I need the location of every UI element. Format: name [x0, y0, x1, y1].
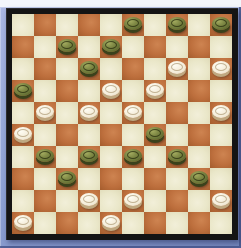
board-square[interactable] — [100, 168, 122, 190]
checker-dark-man[interactable] — [168, 149, 186, 162]
board-square — [56, 146, 78, 168]
board-square — [78, 36, 100, 58]
board-square[interactable] — [100, 212, 122, 234]
board-square[interactable] — [12, 80, 34, 102]
board-square — [78, 80, 100, 102]
board-square — [166, 36, 188, 58]
board-square[interactable] — [166, 14, 188, 36]
checker-light-man[interactable] — [212, 61, 230, 74]
checker-dark-man[interactable] — [58, 171, 76, 184]
checker-light-man[interactable] — [102, 215, 120, 228]
board-square[interactable] — [166, 190, 188, 212]
board-square[interactable] — [166, 58, 188, 80]
checker-dark-man[interactable] — [190, 171, 208, 184]
board-square — [122, 80, 144, 102]
board-square — [188, 102, 210, 124]
board-square — [34, 124, 56, 146]
board-square — [166, 80, 188, 102]
board-square[interactable] — [56, 168, 78, 190]
board-square — [144, 102, 166, 124]
board-square — [210, 80, 232, 102]
board-square[interactable] — [188, 168, 210, 190]
board-square[interactable] — [188, 80, 210, 102]
board-square[interactable] — [78, 58, 100, 80]
checker-light-man[interactable] — [102, 83, 120, 96]
board-square[interactable] — [56, 212, 78, 234]
checker-dark-man[interactable] — [14, 83, 32, 96]
app-window — [0, 0, 241, 248]
checker-light-man[interactable] — [80, 105, 98, 118]
board-square[interactable] — [56, 80, 78, 102]
board-square — [78, 168, 100, 190]
checker-dark-man[interactable] — [80, 149, 98, 162]
board-square — [166, 212, 188, 234]
board-square[interactable] — [144, 36, 166, 58]
board-square[interactable] — [210, 58, 232, 80]
board-square — [166, 124, 188, 146]
board-square — [78, 124, 100, 146]
checker-dark-man[interactable] — [58, 39, 76, 52]
checker-light-man[interactable] — [212, 105, 230, 118]
checker-dark-man[interactable] — [102, 39, 120, 52]
board-square[interactable] — [210, 146, 232, 168]
board-square[interactable] — [100, 36, 122, 58]
board-square — [210, 168, 232, 190]
board-square — [166, 168, 188, 190]
board-square — [144, 58, 166, 80]
board-square — [100, 14, 122, 36]
checker-dark-man[interactable] — [36, 149, 54, 162]
board-square[interactable] — [12, 124, 34, 146]
board-square — [210, 36, 232, 58]
board-square[interactable] — [56, 124, 78, 146]
board-square — [188, 190, 210, 212]
board-square — [34, 80, 56, 102]
board-square — [122, 124, 144, 146]
board-square[interactable] — [100, 124, 122, 146]
checkers-board — [12, 14, 232, 234]
board-square[interactable] — [78, 190, 100, 212]
board-square — [34, 212, 56, 234]
board-square — [210, 212, 232, 234]
board-square[interactable] — [188, 124, 210, 146]
board-square[interactable] — [34, 146, 56, 168]
board-square[interactable] — [34, 102, 56, 124]
checker-dark-man[interactable] — [146, 127, 164, 140]
board-square[interactable] — [34, 190, 56, 212]
checker-light-man[interactable] — [124, 105, 142, 118]
board-square — [12, 14, 34, 36]
checker-light-man[interactable] — [80, 193, 98, 206]
board-square — [56, 14, 78, 36]
board-square[interactable] — [78, 14, 100, 36]
board-square[interactable] — [56, 36, 78, 58]
checker-dark-man[interactable] — [124, 149, 142, 162]
board-square — [34, 36, 56, 58]
board-square[interactable] — [122, 146, 144, 168]
board-square[interactable] — [166, 146, 188, 168]
board-square — [56, 58, 78, 80]
board-square[interactable] — [210, 14, 232, 36]
board-square — [188, 14, 210, 36]
board-square[interactable] — [188, 212, 210, 234]
board-square — [144, 190, 166, 212]
board-square — [12, 146, 34, 168]
board-square — [78, 212, 100, 234]
board-square — [56, 190, 78, 212]
board-square — [144, 14, 166, 36]
board-square[interactable] — [12, 168, 34, 190]
checker-light-man[interactable] — [124, 193, 142, 206]
board-square[interactable] — [210, 102, 232, 124]
board-square[interactable] — [210, 190, 232, 212]
board-square[interactable] — [78, 146, 100, 168]
board-square — [144, 146, 166, 168]
board-square — [210, 124, 232, 146]
board-square[interactable] — [188, 36, 210, 58]
board-square — [12, 190, 34, 212]
board-square — [100, 146, 122, 168]
board-square[interactable] — [12, 212, 34, 234]
board-square[interactable] — [100, 80, 122, 102]
board-square — [122, 168, 144, 190]
checker-dark-man[interactable] — [212, 17, 230, 30]
board-square[interactable] — [144, 168, 166, 190]
board-square[interactable] — [12, 36, 34, 58]
checker-light-man[interactable] — [168, 61, 186, 74]
board-square[interactable] — [122, 190, 144, 212]
board-square[interactable] — [144, 212, 166, 234]
board-square — [122, 212, 144, 234]
checker-light-man[interactable] — [14, 127, 32, 140]
board-square — [100, 102, 122, 124]
checker-dark-man[interactable] — [168, 17, 186, 30]
board-square[interactable] — [122, 102, 144, 124]
board-square — [188, 146, 210, 168]
board-square[interactable] — [144, 80, 166, 102]
board-square[interactable] — [78, 102, 100, 124]
checker-dark-man[interactable] — [124, 17, 142, 30]
board-square — [12, 58, 34, 80]
board-square[interactable] — [166, 102, 188, 124]
board-square — [100, 58, 122, 80]
board-square[interactable] — [144, 124, 166, 146]
board-square[interactable] — [34, 14, 56, 36]
checker-dark-man[interactable] — [80, 61, 98, 74]
board-square — [12, 102, 34, 124]
checker-light-man[interactable] — [212, 193, 230, 206]
board-square — [56, 102, 78, 124]
board-panel — [0, 7, 241, 248]
board-square — [188, 58, 210, 80]
board-square[interactable] — [122, 14, 144, 36]
checker-light-man[interactable] — [146, 83, 164, 96]
checker-light-man[interactable] — [36, 105, 54, 118]
board-square[interactable] — [34, 58, 56, 80]
board-square — [34, 168, 56, 190]
checker-light-man[interactable] — [14, 215, 32, 228]
board-square — [122, 36, 144, 58]
board-square — [100, 190, 122, 212]
board-square[interactable] — [122, 58, 144, 80]
board-frame — [6, 8, 238, 240]
